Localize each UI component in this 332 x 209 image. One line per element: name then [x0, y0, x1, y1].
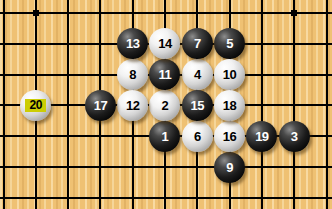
stone-number: 4 [194, 67, 201, 82]
stone-13: 13 [117, 28, 148, 59]
stone-number: 9 [226, 160, 233, 175]
stone-19: 19 [246, 121, 277, 152]
stone-9: 9 [214, 152, 245, 183]
board-intersection: 7 [181, 28, 213, 59]
stone-11: 11 [149, 59, 180, 90]
stone-number: 19 [255, 129, 268, 144]
stone-number: 13 [126, 36, 139, 51]
board-grid: 1234567891011121314151617181920 [0, 0, 332, 209]
board-intersection [278, 0, 310, 28]
stone-number: 14 [158, 36, 171, 51]
board-intersection: 13 [117, 28, 149, 59]
stone-number: 16 [223, 129, 236, 144]
stone-3: 3 [279, 121, 310, 152]
stone-number: 15 [191, 98, 204, 113]
stone-15: 15 [182, 90, 213, 121]
board-intersection: 17 [84, 90, 116, 121]
board-intersection: 9 [213, 152, 245, 183]
board-intersection: 14 [149, 28, 181, 59]
stone-number: 6 [194, 129, 201, 144]
star-point [33, 10, 39, 16]
board-intersection: 1 [149, 121, 181, 152]
board-intersection: 6 [181, 121, 213, 152]
board-intersection [20, 0, 52, 28]
stone-1: 1 [149, 121, 180, 152]
stone-number: 7 [194, 36, 201, 51]
stone-number: 18 [223, 98, 236, 113]
board-intersection: 12 [117, 90, 149, 121]
stone-8: 8 [117, 59, 148, 90]
board-intersection: 20 [20, 90, 52, 121]
board-intersection: 8 [117, 59, 149, 90]
board-intersection: 16 [213, 121, 245, 152]
stone-16: 16 [214, 121, 245, 152]
last-move-highlight: 20 [25, 99, 46, 112]
stone-number: 17 [94, 98, 107, 113]
stone-2: 2 [149, 90, 180, 121]
stone-number: 12 [126, 98, 139, 113]
stone-14: 14 [149, 28, 180, 59]
stone-number: 8 [129, 67, 136, 82]
stone-number: 10 [223, 67, 236, 82]
stone-number: 2 [162, 98, 169, 113]
stone-5: 5 [214, 28, 245, 59]
stone-4: 4 [182, 59, 213, 90]
star-point [291, 10, 297, 16]
board-intersection: 11 [149, 59, 181, 90]
stone-12: 12 [117, 90, 148, 121]
stone-7: 7 [182, 28, 213, 59]
board-intersection: 4 [181, 59, 213, 90]
stone-17: 17 [85, 90, 116, 121]
stone-number: 1 [162, 129, 169, 144]
board-intersection: 3 [278, 121, 310, 152]
stone-6: 6 [182, 121, 213, 152]
stone-18: 18 [214, 90, 245, 121]
board-intersection: 19 [246, 121, 278, 152]
board-intersection: 5 [213, 28, 245, 59]
board-intersection: 2 [149, 90, 181, 121]
stone-20: 20 [20, 90, 51, 121]
stone-number: 3 [291, 129, 298, 144]
stone-10: 10 [214, 59, 245, 90]
stone-number: 5 [226, 36, 233, 51]
stone-number: 11 [159, 67, 172, 82]
board-intersection: 15 [181, 90, 213, 121]
board-intersection: 10 [213, 59, 245, 90]
go-board[interactable]: 1234567891011121314151617181920 [0, 0, 332, 209]
board-intersection: 18 [213, 90, 245, 121]
